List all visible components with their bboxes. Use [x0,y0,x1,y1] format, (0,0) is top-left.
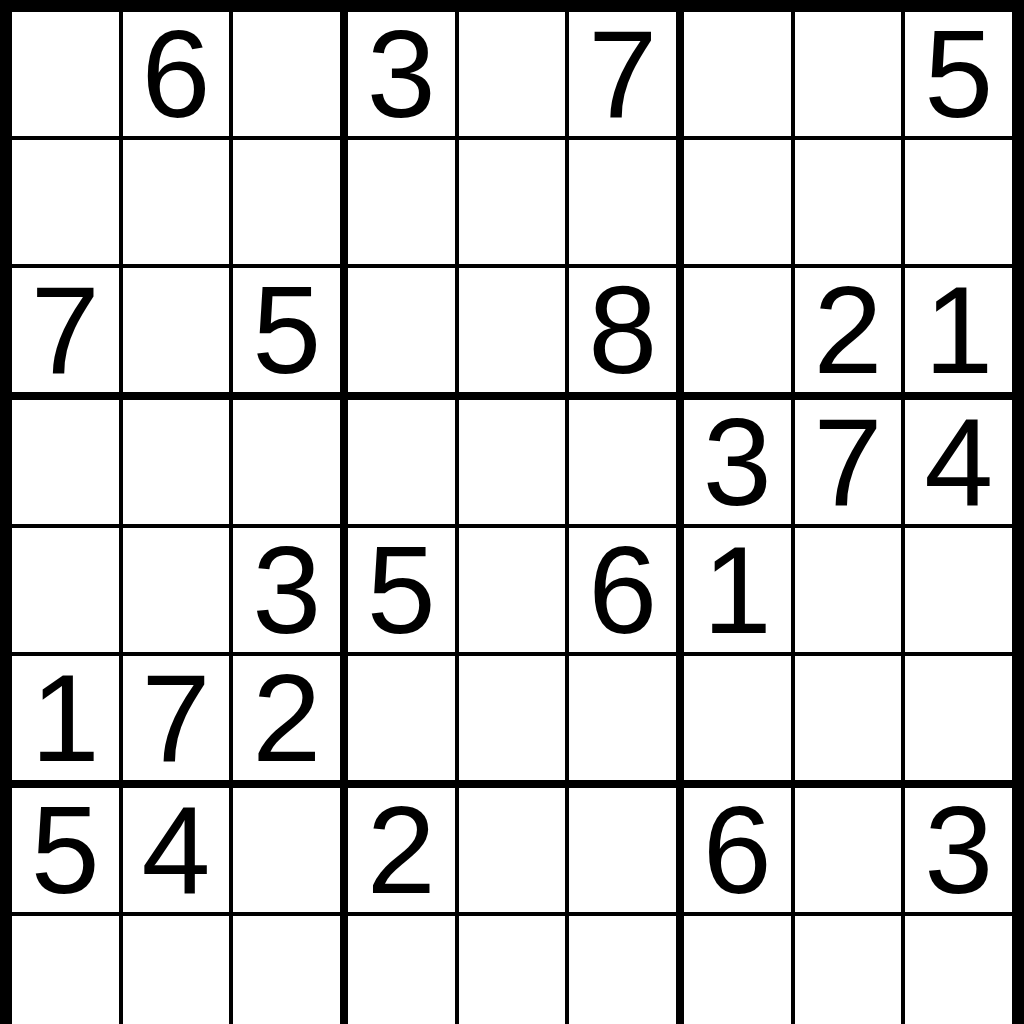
cell-r4c2[interactable] [123,400,230,524]
cell-r5c3[interactable]: 3 [233,528,340,652]
cell-r1c1[interactable] [12,12,119,136]
sudoku-box-6: 3741 [684,400,1012,780]
cell-r8c5[interactable] [459,916,566,1024]
sudoku-box-2: 378 [348,12,676,392]
cell-r8c4[interactable] [348,916,455,1024]
cell-r1c2[interactable]: 6 [123,12,230,136]
cell-r3c4[interactable] [348,268,455,392]
cell-r2c6[interactable] [569,140,676,264]
cell-r3c8[interactable]: 2 [795,268,902,392]
cell-r8c9[interactable] [905,916,1012,1024]
sudoku-box-5: 56 [348,400,676,780]
cell-r4c9[interactable]: 4 [905,400,1012,524]
cell-r7c4[interactable]: 2 [348,788,455,912]
cell-r1c6[interactable]: 7 [569,12,676,136]
cell-r3c2[interactable] [123,268,230,392]
cell-r2c3[interactable] [233,140,340,264]
sudoku-board: 6753785213172563741548263634 [0,0,1024,1024]
cell-r4c4[interactable] [348,400,455,524]
cell-r7c3[interactable] [233,788,340,912]
cell-r1c3[interactable] [233,12,340,136]
cell-r5c2[interactable] [123,528,230,652]
cell-r6c9[interactable] [905,656,1012,780]
sudoku-box-9: 634 [684,788,1012,1024]
cell-r2c8[interactable] [795,140,902,264]
cell-r3c1[interactable]: 7 [12,268,119,392]
cell-r8c3[interactable] [233,916,340,1024]
cell-r6c4[interactable] [348,656,455,780]
cell-r5c5[interactable] [459,528,566,652]
cell-r8c8[interactable] [795,916,902,1024]
cell-r5c4[interactable]: 5 [348,528,455,652]
cell-r3c6[interactable]: 8 [569,268,676,392]
cell-r7c8[interactable] [795,788,902,912]
cell-r7c1[interactable]: 5 [12,788,119,912]
cell-r4c8[interactable]: 7 [795,400,902,524]
cell-r6c3[interactable]: 2 [233,656,340,780]
cell-r2c1[interactable] [12,140,119,264]
sudoku-box-7: 548 [12,788,340,1024]
cell-r1c9[interactable]: 5 [905,12,1012,136]
cell-r2c9[interactable] [905,140,1012,264]
cell-r5c6[interactable]: 6 [569,528,676,652]
cell-r8c6[interactable] [569,916,676,1024]
cell-r6c2[interactable]: 7 [123,656,230,780]
sudoku-box-3: 521 [684,12,1012,392]
cell-r8c7[interactable] [684,916,791,1024]
cell-r5c1[interactable] [12,528,119,652]
cell-r4c3[interactable] [233,400,340,524]
cell-r2c7[interactable] [684,140,791,264]
sudoku-box-4: 3172 [12,400,340,780]
cell-r2c2[interactable] [123,140,230,264]
cell-r1c8[interactable] [795,12,902,136]
cell-r6c8[interactable] [795,656,902,780]
cell-r6c1[interactable]: 1 [12,656,119,780]
cell-r8c1[interactable] [12,916,119,1024]
cell-r3c7[interactable] [684,268,791,392]
cell-r7c6[interactable] [569,788,676,912]
cell-r2c5[interactable] [459,140,566,264]
cell-r6c7[interactable] [684,656,791,780]
cell-r5c9[interactable] [905,528,1012,652]
cell-r2c4[interactable] [348,140,455,264]
sudoku-box-1: 675 [12,12,340,392]
cell-r3c9[interactable]: 1 [905,268,1012,392]
cell-r3c5[interactable] [459,268,566,392]
cell-r7c2[interactable]: 4 [123,788,230,912]
cell-r7c9[interactable]: 3 [905,788,1012,912]
cell-r5c8[interactable] [795,528,902,652]
cell-r6c5[interactable] [459,656,566,780]
cell-r4c5[interactable] [459,400,566,524]
cell-r5c7[interactable]: 1 [684,528,791,652]
cell-r1c5[interactable] [459,12,566,136]
cell-r1c7[interactable] [684,12,791,136]
cell-r8c2[interactable] [123,916,230,1024]
cell-r1c4[interactable]: 3 [348,12,455,136]
cell-r6c6[interactable] [569,656,676,780]
cell-r4c7[interactable]: 3 [684,400,791,524]
cell-r7c5[interactable] [459,788,566,912]
sudoku-box-8: 263 [348,788,676,1024]
cell-r4c6[interactable] [569,400,676,524]
cell-r4c1[interactable] [12,400,119,524]
cell-r7c7[interactable]: 6 [684,788,791,912]
cell-r3c3[interactable]: 5 [233,268,340,392]
